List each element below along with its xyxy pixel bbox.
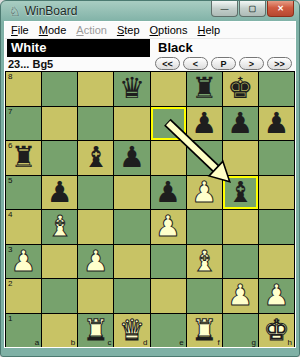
square-b1[interactable]: b [42,314,77,348]
close-button[interactable]: ✕ [267,1,294,17]
window-controls: —▢✕ [210,1,294,17]
rank-label-1: 1 [8,314,12,323]
piece-black-bishop: ♝ [83,143,109,172]
square-d4[interactable] [114,210,149,244]
piece-white-queen: ♛ [119,316,145,345]
piece-black-pawn: ♟ [191,109,217,138]
square-a7[interactable]: 7 [6,107,41,141]
square-d2[interactable] [114,279,149,313]
piece-white-pawn: ♟ [191,178,217,207]
nav-button-step-forward[interactable]: > [239,57,264,70]
square-h4[interactable] [259,210,294,244]
menu-item-action[interactable]: Action [76,24,107,36]
black-player-label: Black [158,40,193,55]
file-label-b: b [71,338,75,347]
rank-label-8: 8 [8,72,12,81]
piece-white-pawn: ♟ [155,212,181,241]
file-label-g: g [251,338,255,347]
square-a2[interactable]: 2 [6,279,41,313]
piece-white-rook: ♜ [191,316,217,345]
square-b8[interactable] [42,72,77,106]
square-b2[interactable] [42,279,77,313]
square-g5[interactable]: ♝ [223,176,258,210]
square-c7[interactable] [78,107,113,141]
square-e1[interactable]: e [151,314,186,348]
square-f6[interactable] [187,141,222,175]
piece-white-rook: ♜ [83,316,109,345]
square-e8[interactable] [151,72,186,106]
square-h1[interactable]: h♚ [259,314,294,348]
square-g3[interactable] [223,245,258,279]
nav-button-step-back[interactable]: < [183,57,208,70]
square-f4[interactable] [187,210,222,244]
square-e3[interactable] [151,245,186,279]
rank-label-5: 5 [8,176,12,185]
square-e5[interactable]: ♟ [151,176,186,210]
rank-label-7: 7 [8,107,12,116]
square-a6[interactable]: 6♜ [6,141,41,175]
menu-item-step[interactable]: Step [117,24,140,36]
square-e6[interactable] [151,141,186,175]
chess-board: 8♛♜♚7♟♟♟6♜♝♟5♟♟♟♝4♝♟3♟♟♝2♟♟1abc♜d♛ef♜gh♚ [5,71,295,348]
square-f3[interactable]: ♝ [187,245,222,279]
piece-white-bishop: ♝ [47,212,73,241]
square-a8[interactable]: 8 [6,72,41,106]
square-d1[interactable]: d♛ [114,314,149,348]
player-bar: White Black [5,39,295,56]
square-c1[interactable]: c♜ [78,314,113,348]
square-b4[interactable]: ♝ [42,210,77,244]
menu-item-help[interactable]: Help [197,24,220,36]
maximize-button[interactable]: ▢ [239,1,266,17]
piece-white-pawn: ♟ [83,247,109,276]
square-c5[interactable] [78,176,113,210]
square-c3[interactable]: ♟ [78,245,113,279]
move-bar: 23... Bg5 <<<P>>> [5,56,295,71]
square-d7[interactable] [114,107,149,141]
piece-black-rook: ♜ [11,143,37,172]
square-c6[interactable]: ♝ [78,141,113,175]
square-e4[interactable]: ♟ [151,210,186,244]
square-d8[interactable]: ♛ [114,72,149,106]
nav-button-rewind[interactable]: << [155,57,180,70]
piece-white-bishop: ♝ [191,247,217,276]
title-bar[interactable]: ♘ WinBoard —▢✕ [4,1,296,21]
piece-white-pawn: ♟ [227,281,253,310]
square-h3[interactable] [259,245,294,279]
nav-button-fast-forward[interactable]: >> [267,57,292,70]
menu-bar: FileModeActionStepOptionsHelp [5,22,295,39]
piece-black-rook: ♜ [191,74,217,103]
square-f1[interactable]: f♜ [187,314,222,348]
piece-black-queen: ♛ [119,74,145,103]
window-title: WinBoard [25,4,78,18]
square-a3[interactable]: 3♟ [6,245,41,279]
square-f2[interactable] [187,279,222,313]
square-f8[interactable]: ♜ [187,72,222,106]
square-d6[interactable]: ♟ [114,141,149,175]
square-f7[interactable]: ♟ [187,107,222,141]
board-area: 8♛♜♚7♟♟♟6♜♝♟5♟♟♟♝4♝♟3♟♟♝2♟♟1abc♜d♛ef♜gh♚ [5,71,295,348]
white-player-label: White [7,39,150,57]
square-e7[interactable] [151,107,186,141]
piece-black-pawn: ♟ [155,178,181,207]
nav-button-group: <<<P>>> [152,57,292,70]
rank-label-2: 2 [8,279,12,288]
nav-button-pause[interactable]: P [211,57,236,70]
menu-item-file[interactable]: File [11,24,29,36]
rank-label-4: 4 [8,210,12,219]
menu-item-options[interactable]: Options [150,24,188,36]
square-f5[interactable]: ♟ [187,176,222,210]
square-a1[interactable]: 1a [6,314,41,348]
square-e2[interactable] [151,279,186,313]
square-h2[interactable]: ♟ [259,279,294,313]
minimize-button[interactable]: — [211,1,238,17]
menu-item-mode[interactable]: Mode [39,24,67,36]
square-c4[interactable] [78,210,113,244]
square-b7[interactable] [42,107,77,141]
file-label-a: a [35,338,39,347]
knight-logo-icon: ♘ [9,5,21,18]
piece-white-king: ♚ [263,316,289,345]
square-b6[interactable] [42,141,77,175]
square-g8[interactable]: ♚ [223,72,258,106]
square-h5[interactable] [259,176,294,210]
file-label-e: e [179,338,183,347]
square-d3[interactable] [114,245,149,279]
square-h8[interactable] [259,72,294,106]
square-b3[interactable] [42,245,77,279]
square-a4[interactable]: 4 [6,210,41,244]
piece-black-pawn: ♟ [227,109,253,138]
piece-white-pawn: ♟ [263,281,289,310]
square-a5[interactable]: 5 [6,176,41,210]
piece-black-bishop: ♝ [227,178,253,207]
square-b5[interactable]: ♟ [42,176,77,210]
piece-black-pawn: ♟ [263,109,289,138]
square-g2[interactable]: ♟ [223,279,258,313]
client-area: FileModeActionStepOptionsHelp White Blac… [4,21,296,348]
winboard-window: ♘ WinBoard —▢✕ FileModeActionStepOptions… [0,0,300,357]
square-g6[interactable] [223,141,258,175]
piece-black-king: ♚ [227,74,253,103]
file-label-f: f [218,338,220,347]
piece-black-pawn: ♟ [47,178,73,207]
square-c8[interactable] [78,72,113,106]
square-h7[interactable]: ♟ [259,107,294,141]
square-h6[interactable] [259,141,294,175]
square-g1[interactable]: g [223,314,258,348]
square-d5[interactable] [114,176,149,210]
square-c2[interactable] [78,279,113,313]
square-g4[interactable] [223,210,258,244]
piece-black-pawn: ♟ [119,143,145,172]
piece-white-pawn: ♟ [11,247,37,276]
current-move-text: 23... Bg5 [8,58,53,70]
square-g7[interactable]: ♟ [223,107,258,141]
